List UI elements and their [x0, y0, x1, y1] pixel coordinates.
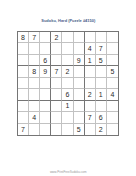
- sudoku-cell-r1c2: 7: [29, 32, 40, 43]
- sudoku-cell-r2c5: [62, 43, 73, 54]
- sudoku-cell-r6c3: [40, 89, 51, 100]
- sudoku-cell-r9c9: [107, 124, 118, 135]
- sudoku-cell-r5c9: [107, 78, 118, 89]
- sudoku-cell-r1c1: 8: [18, 32, 29, 43]
- sudoku-cell-r3c1: [18, 55, 29, 66]
- sudoku-cell-r3c7: 1: [85, 55, 96, 66]
- sudoku-cell-r5c4: [51, 78, 62, 89]
- sudoku-cell-r9c6: 5: [74, 124, 85, 135]
- sudoku-cell-r3c5: [62, 55, 73, 66]
- sudoku-cell-r1c8: [96, 32, 107, 43]
- footer: www.PrintFreeSudoku.com: [0, 163, 136, 171]
- sudoku-cell-r5c3: [40, 78, 51, 89]
- sudoku-cell-r2c2: [29, 43, 40, 54]
- sudoku-cell-r3c8: 5: [96, 55, 107, 66]
- sudoku-cell-r8c8: 6: [96, 112, 107, 123]
- sudoku-cell-r7c5: 1: [62, 101, 73, 112]
- sudoku-cell-r4c6: [74, 66, 85, 77]
- sudoku-cell-r6c6: [74, 89, 85, 100]
- sudoku-cell-r6c7: 2: [85, 89, 96, 100]
- sudoku-cell-r7c8: [96, 101, 107, 112]
- sudoku-cell-r1c3: [40, 32, 51, 43]
- sudoku-cell-r5c1: [18, 78, 29, 89]
- sudoku-cell-r4c5: 2: [62, 66, 73, 77]
- sudoku-cell-r8c7: 7: [85, 112, 96, 123]
- sudoku-cell-r8c9: [107, 112, 118, 123]
- footer-url: www.PrintFreeSudoku.com: [50, 170, 87, 173]
- sudoku-cell-r1c4: 2: [51, 32, 62, 43]
- sudoku-cell-r6c8: 1: [96, 89, 107, 100]
- sudoku-cell-r9c3: [40, 124, 51, 135]
- sudoku-cell-r3c2: [29, 55, 40, 66]
- sudoku-cell-r2c1: [18, 43, 29, 54]
- sudoku-cell-r6c5: 6: [62, 89, 73, 100]
- sudoku-cell-r6c9: 4: [107, 89, 118, 100]
- sudoku-cell-r7c2: [29, 101, 40, 112]
- sudoku-cell-r5c7: [85, 78, 96, 89]
- sudoku-cell-r2c4: [51, 43, 62, 54]
- sudoku-cell-r7c9: [107, 101, 118, 112]
- sudoku-cell-r7c7: [85, 101, 96, 112]
- sudoku-cell-r4c3: 9: [40, 66, 51, 77]
- sudoku-cell-r4c9: 5: [107, 66, 118, 77]
- sudoku-cell-r1c5: [62, 32, 73, 43]
- sudoku-cell-r9c1: 7: [18, 124, 29, 135]
- sudoku-cell-r3c4: [51, 55, 62, 66]
- sudoku-cell-r5c5: [62, 78, 73, 89]
- sudoku-cell-r2c9: [107, 43, 118, 54]
- sudoku-cell-r7c1: [18, 101, 29, 112]
- sudoku-cell-r8c2: 4: [29, 112, 40, 123]
- sudoku-cell-r8c3: [40, 112, 51, 123]
- sudoku-cell-r1c9: [107, 32, 118, 43]
- sudoku-cell-r4c4: 7: [51, 66, 62, 77]
- sudoku-cell-r6c4: [51, 89, 62, 100]
- sudoku-cell-r8c1: [18, 112, 29, 123]
- sudoku-cell-r2c3: [40, 43, 51, 54]
- sudoku-cell-r9c7: [85, 124, 96, 135]
- sudoku-cell-r2c8: 7: [96, 43, 107, 54]
- sudoku-grid: 8724769158972562141476752: [17, 31, 119, 136]
- sudoku-cell-r5c8: [96, 78, 107, 89]
- sudoku-cell-r7c3: [40, 101, 51, 112]
- sudoku-cell-r3c6: 9: [74, 55, 85, 66]
- sudoku-cell-r8c5: [62, 112, 73, 123]
- sudoku-cell-r2c7: 4: [85, 43, 96, 54]
- sudoku-cell-r1c6: [74, 32, 85, 43]
- sudoku-cell-r9c8: 2: [96, 124, 107, 135]
- sudoku-cell-r5c2: [29, 78, 40, 89]
- sudoku-cell-r3c3: 6: [40, 55, 51, 66]
- sudoku-cell-r6c1: [18, 89, 29, 100]
- sudoku-cell-r8c4: [51, 112, 62, 123]
- sudoku-cell-r2c6: [74, 43, 85, 54]
- page-title-text: Sudoku, Hard (Puzzle #4150): [41, 18, 95, 22]
- sudoku-cell-r9c4: [51, 124, 62, 135]
- sudoku-cell-r4c1: [18, 66, 29, 77]
- sudoku-cell-r4c2: 8: [29, 66, 40, 77]
- sudoku-cell-r1c7: [85, 32, 96, 43]
- sudoku-cell-r9c2: [29, 124, 40, 135]
- sudoku-cell-r4c8: [96, 66, 107, 77]
- sudoku-cell-r3c9: [107, 55, 118, 66]
- sudoku-cell-r5c6: [74, 78, 85, 89]
- sudoku-cell-r6c2: [29, 89, 40, 100]
- sudoku-cell-r7c4: [51, 101, 62, 112]
- sudoku-cell-r4c7: [85, 66, 96, 77]
- sudoku-cell-r9c5: [62, 124, 73, 135]
- sudoku-cell-r8c6: [74, 112, 85, 123]
- page-title: Sudoku, Hard (Puzzle #4150): [0, 12, 136, 22]
- sudoku-cell-r7c6: [74, 101, 85, 112]
